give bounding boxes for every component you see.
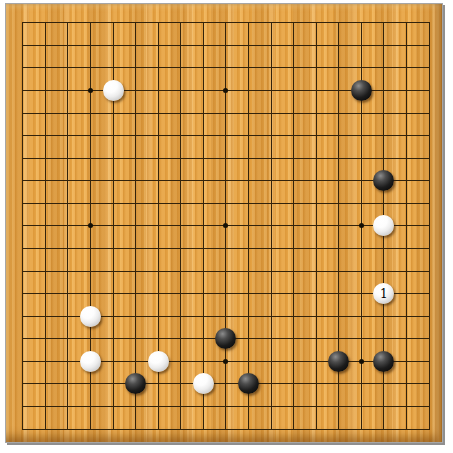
stone-white-r10[interactable]: [373, 215, 394, 236]
stone-white-e16[interactable]: [103, 80, 124, 101]
stone-black-l3[interactable]: [238, 373, 259, 394]
grid-line-vertical: [271, 22, 272, 428]
stone-black-k5[interactable]: [215, 328, 236, 349]
stone-black-f3[interactable]: [125, 373, 146, 394]
stone-white-d4[interactable]: [80, 351, 101, 372]
stone-black-r12[interactable]: [373, 170, 394, 191]
stone-black-r4[interactable]: [373, 351, 394, 372]
star-point: [359, 223, 364, 228]
stone-white-g4[interactable]: [148, 351, 169, 372]
grid-line-horizontal: [22, 429, 429, 430]
grid-line-vertical: [406, 22, 407, 428]
stone-white-r7[interactable]: 1: [373, 283, 394, 304]
move-number-label: 1: [380, 288, 388, 300]
star-point: [223, 359, 228, 364]
stone-black-p4[interactable]: [328, 351, 349, 372]
stone-white-d6[interactable]: [80, 306, 101, 327]
star-point: [223, 223, 228, 228]
stone-white-j3[interactable]: [193, 373, 214, 394]
star-point: [88, 223, 93, 228]
grid-line-horizontal: [22, 271, 429, 272]
grid-line-vertical: [316, 22, 317, 428]
star-point: [88, 88, 93, 93]
star-point: [223, 88, 228, 93]
grid-line-horizontal: [22, 293, 429, 294]
go-board[interactable]: 1: [5, 3, 443, 443]
grid-line-vertical: [293, 22, 294, 428]
stone-black-q16[interactable]: [351, 80, 372, 101]
grid-line-horizontal: [22, 248, 429, 249]
star-point: [359, 359, 364, 364]
grid-line-horizontal: [22, 383, 429, 384]
grid-line-vertical: [429, 22, 430, 428]
page: 1: [0, 0, 453, 453]
grid-line-horizontal: [22, 406, 429, 407]
grid-line-vertical: [248, 22, 249, 428]
